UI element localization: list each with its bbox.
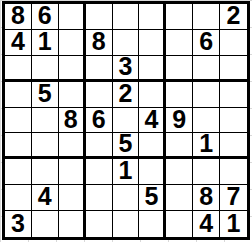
cell-r7c2[interactable] xyxy=(32,159,59,185)
cell-r2c9[interactable] xyxy=(220,30,247,56)
given-digit: 4 xyxy=(38,185,52,209)
given-digit: 2 xyxy=(119,82,133,106)
given-digit: 8 xyxy=(11,4,25,28)
cell-r4c2[interactable]: 5 xyxy=(32,82,59,108)
cell-r8c5[interactable] xyxy=(113,185,140,211)
cell-r9c7[interactable] xyxy=(166,211,193,237)
cell-r3c2[interactable] xyxy=(32,56,59,82)
cell-r7c1[interactable] xyxy=(5,159,32,185)
cell-r3c4[interactable] xyxy=(86,56,113,82)
given-digit: 9 xyxy=(172,108,186,132)
cell-r9c2[interactable] xyxy=(32,211,59,237)
given-digit: 6 xyxy=(199,30,213,54)
given-digit: 5 xyxy=(119,133,133,156)
cell-r5c4[interactable]: 6 xyxy=(86,108,113,134)
cell-r2c1[interactable]: 4 xyxy=(5,30,32,56)
given-digit: 6 xyxy=(92,108,106,132)
cell-r6c2[interactable] xyxy=(32,133,59,159)
cell-r7c7[interactable] xyxy=(166,159,193,185)
cell-r9c1[interactable]: 3 xyxy=(5,211,32,237)
cell-r3c6[interactable] xyxy=(139,56,166,82)
cell-r4c1[interactable] xyxy=(5,82,32,108)
cell-r2c5[interactable] xyxy=(113,30,140,56)
cell-r3c8[interactable] xyxy=(193,56,220,82)
cell-r1c9[interactable]: 2 xyxy=(220,4,247,30)
cell-r2c3[interactable] xyxy=(59,30,86,56)
cell-r8c6[interactable]: 5 xyxy=(139,185,166,211)
cell-r9c6[interactable] xyxy=(139,211,166,237)
given-digit: 4 xyxy=(11,30,25,54)
cell-r1c8[interactable] xyxy=(193,4,220,30)
cell-r9c9[interactable]: 1 xyxy=(220,211,247,237)
given-digit: 7 xyxy=(227,185,241,209)
cell-r4c7[interactable] xyxy=(166,82,193,108)
cell-r7c9[interactable] xyxy=(220,159,247,185)
cell-r5c2[interactable] xyxy=(32,108,59,134)
sudoku-board: 862418635286495114587341 xyxy=(2,1,250,240)
cell-r9c8[interactable]: 4 xyxy=(193,211,220,237)
cell-r4c4[interactable] xyxy=(86,82,113,108)
cell-r9c5[interactable] xyxy=(113,211,140,237)
cell-r8c8[interactable]: 8 xyxy=(193,185,220,211)
cell-r9c3[interactable] xyxy=(59,211,86,237)
cell-r6c7[interactable] xyxy=(166,133,193,159)
cell-r5c6[interactable]: 4 xyxy=(139,108,166,134)
given-digit: 4 xyxy=(199,211,213,235)
cell-r2c6[interactable] xyxy=(139,30,166,56)
cell-r4c8[interactable] xyxy=(193,82,220,108)
cell-r1c7[interactable] xyxy=(166,4,193,30)
given-digit: 4 xyxy=(144,108,158,132)
given-digit: 1 xyxy=(119,159,133,183)
cell-r1c2[interactable]: 6 xyxy=(32,4,59,30)
cell-r3c5[interactable]: 3 xyxy=(113,56,140,82)
cell-r7c4[interactable] xyxy=(86,159,113,185)
cell-r4c6[interactable] xyxy=(139,82,166,108)
given-digit: 8 xyxy=(64,108,78,132)
cell-r9c4[interactable] xyxy=(86,211,113,237)
cell-r1c4[interactable] xyxy=(86,4,113,30)
given-digit: 3 xyxy=(11,211,25,235)
given-digit: 6 xyxy=(38,4,52,28)
cell-r5c5[interactable] xyxy=(113,108,140,134)
cell-r1c3[interactable] xyxy=(59,4,86,30)
cell-r7c8[interactable] xyxy=(193,159,220,185)
cell-r8c2[interactable]: 4 xyxy=(32,185,59,211)
cell-r5c3[interactable]: 8 xyxy=(59,108,86,134)
given-digit: 8 xyxy=(92,30,106,54)
cell-r8c7[interactable] xyxy=(166,185,193,211)
spreadsheet-background: 862418635286495114587341 xyxy=(0,0,252,242)
cell-r6c1[interactable] xyxy=(5,133,32,159)
cell-r5c7[interactable]: 9 xyxy=(166,108,193,134)
given-digit: 1 xyxy=(38,30,52,54)
cell-r6c5[interactable]: 5 xyxy=(113,133,140,159)
cell-r3c9[interactable] xyxy=(220,56,247,82)
cell-r8c9[interactable]: 7 xyxy=(220,185,247,211)
cell-r3c1[interactable] xyxy=(5,56,32,82)
cell-r6c4[interactable] xyxy=(86,133,113,159)
given-digit: 1 xyxy=(199,133,213,156)
cell-r6c3[interactable] xyxy=(59,133,86,159)
cell-r6c8[interactable]: 1 xyxy=(193,133,220,159)
cell-r4c5[interactable]: 2 xyxy=(113,82,140,108)
cell-r5c8[interactable] xyxy=(193,108,220,134)
cell-r7c6[interactable] xyxy=(139,159,166,185)
cell-r1c1[interactable]: 8 xyxy=(5,4,32,30)
cell-r2c4[interactable]: 8 xyxy=(86,30,113,56)
cell-r3c7[interactable] xyxy=(166,56,193,82)
cell-r7c3[interactable] xyxy=(59,159,86,185)
cell-r2c8[interactable]: 6 xyxy=(193,30,220,56)
cell-r7c5[interactable]: 1 xyxy=(113,159,140,185)
cell-r4c3[interactable] xyxy=(59,82,86,108)
given-digit: 1 xyxy=(227,211,241,235)
given-digit: 5 xyxy=(38,82,52,106)
cell-r8c3[interactable] xyxy=(59,185,86,211)
cell-r8c1[interactable] xyxy=(5,185,32,211)
cell-r4c9[interactable] xyxy=(220,82,247,108)
cell-r3c3[interactable] xyxy=(59,56,86,82)
cell-r2c7[interactable] xyxy=(166,30,193,56)
given-digit: 2 xyxy=(227,4,241,28)
cell-r8c4[interactable] xyxy=(86,185,113,211)
cell-r2c2[interactable]: 1 xyxy=(32,30,59,56)
cell-r1c5[interactable] xyxy=(113,4,140,30)
cell-r6c6[interactable] xyxy=(139,133,166,159)
cell-r5c1[interactable] xyxy=(5,108,32,134)
given-digit: 3 xyxy=(119,56,133,79)
given-digit: 8 xyxy=(199,185,213,209)
cell-r1c6[interactable] xyxy=(139,4,166,30)
cell-r6c9[interactable] xyxy=(220,133,247,159)
cell-r5c9[interactable] xyxy=(220,108,247,134)
given-digit: 5 xyxy=(144,185,158,209)
